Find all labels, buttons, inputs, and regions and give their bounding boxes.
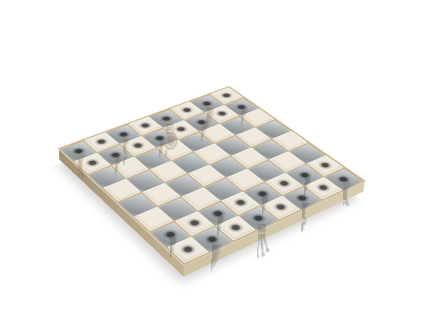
chess-board: ♜♟♟♟♜♜♞♞♟♟♟♞♝♟♟♟♝♝♚♚♟♟♟♚♛♟♟♟♛♛♝♝♟♟♟♝♞♟♟♟… xyxy=(57,86,366,267)
pawn-glyph: ♟ xyxy=(173,107,190,131)
product-photo-chess-set: ♜♟♟♟♜♜♞♞♟♟♟♞♝♟♟♟♝♝♚♚♟♟♟♚♛♟♟♟♛♛♝♝♟♟♟♝♞♟♟♟… xyxy=(0,0,423,318)
pawn-glyph: ♟ xyxy=(130,123,147,148)
pawn-glyph: ♟ xyxy=(107,132,125,157)
pawn-glyph: ♟ xyxy=(194,101,211,125)
scene: ♜♟♟♟♜♜♞♞♟♟♟♞♝♟♟♟♝♝♚♚♟♟♟♚♛♟♟♟♛♛♝♝♟♟♟♝♞♟♟♟… xyxy=(0,0,423,318)
pawn-glyph: ♟ xyxy=(214,92,230,116)
pawn-glyph: ♟ xyxy=(84,140,102,166)
knight-glyph: ♞ xyxy=(199,202,227,243)
pawn-glyph: ♟ xyxy=(152,116,169,141)
rook-glyph: ♜ xyxy=(176,217,201,253)
pawn-glyph: ♟ xyxy=(234,86,250,109)
